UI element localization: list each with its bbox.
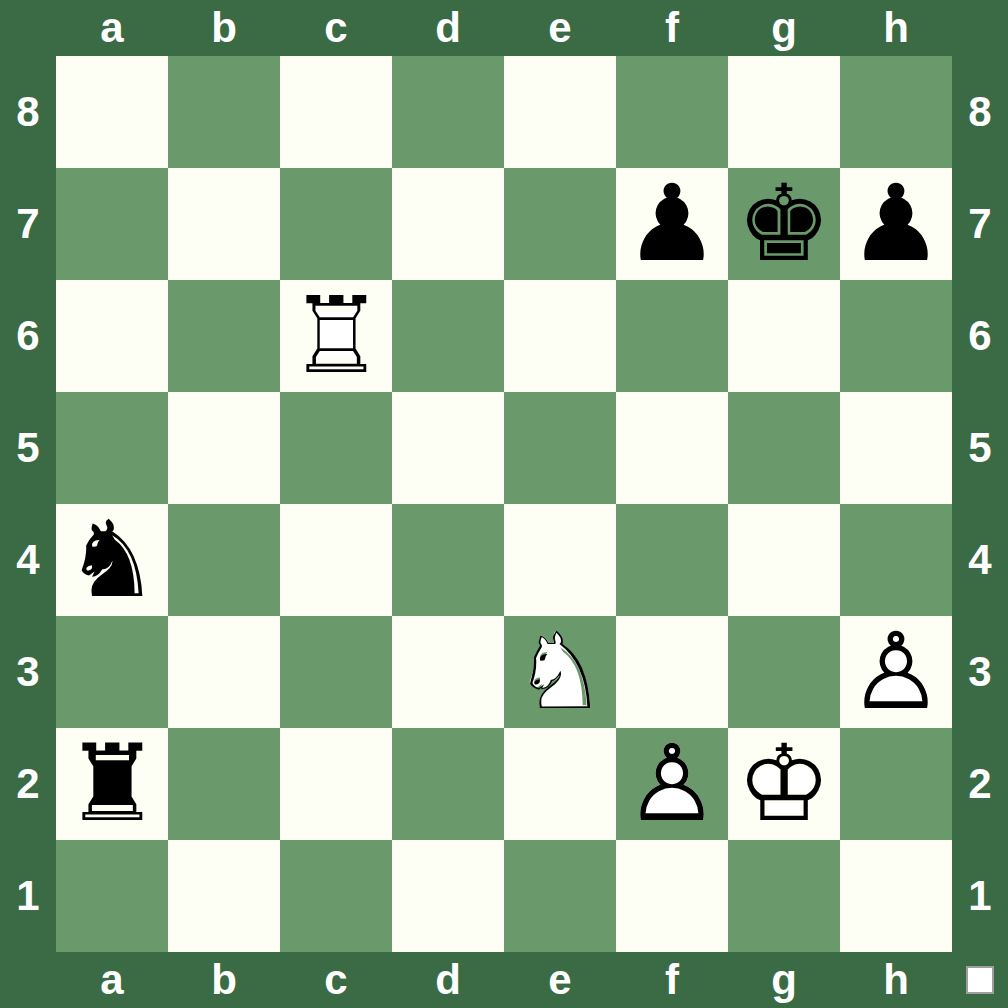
square-e5[interactable] xyxy=(504,392,616,504)
piece-glyph-fill: ♜ xyxy=(56,728,168,840)
square-b4[interactable] xyxy=(168,504,280,616)
square-d1[interactable] xyxy=(392,840,504,952)
piece-glyph-outline: ♖ xyxy=(280,280,392,392)
piece-glyph-outline: ♙ xyxy=(840,616,952,728)
square-f8[interactable] xyxy=(616,56,728,168)
white-to-move-marker xyxy=(966,966,994,994)
square-g8[interactable] xyxy=(728,56,840,168)
black-knight[interactable]: ♞ xyxy=(56,504,168,616)
square-e7[interactable] xyxy=(504,168,616,280)
rank-label-8-left: 8 xyxy=(0,56,56,168)
square-b8[interactable] xyxy=(168,56,280,168)
rank-label-2-left: 2 xyxy=(0,728,56,840)
square-h1[interactable] xyxy=(840,840,952,952)
file-label-c-bottom: c xyxy=(280,952,392,1008)
square-h7[interactable]: ♟ xyxy=(840,168,952,280)
black-pawn[interactable]: ♟ xyxy=(616,168,728,280)
file-label-b-top: b xyxy=(168,0,280,56)
square-a6[interactable] xyxy=(56,280,168,392)
square-d7[interactable] xyxy=(392,168,504,280)
file-label-f-top: f xyxy=(616,0,728,56)
white-pawn[interactable]: ♟♙ xyxy=(616,728,728,840)
square-g2[interactable]: ♚♔ xyxy=(728,728,840,840)
white-rook[interactable]: ♜♖ xyxy=(280,280,392,392)
square-f1[interactable] xyxy=(616,840,728,952)
square-a3[interactable] xyxy=(56,616,168,728)
corner-top-right xyxy=(952,0,1008,56)
file-label-e-top: e xyxy=(504,0,616,56)
square-h2[interactable] xyxy=(840,728,952,840)
square-f6[interactable] xyxy=(616,280,728,392)
rank-label-6-left: 6 xyxy=(0,280,56,392)
rank-label-8-right: 8 xyxy=(952,56,1008,168)
square-d2[interactable] xyxy=(392,728,504,840)
square-g6[interactable] xyxy=(728,280,840,392)
square-c1[interactable] xyxy=(280,840,392,952)
square-g4[interactable] xyxy=(728,504,840,616)
file-label-b-bottom: b xyxy=(168,952,280,1008)
piece-glyph-fill: ♟ xyxy=(840,168,952,280)
rank-label-7-left: 7 xyxy=(0,168,56,280)
file-label-g-top: g xyxy=(728,0,840,56)
square-c8[interactable] xyxy=(280,56,392,168)
square-c6[interactable]: ♜♖ xyxy=(280,280,392,392)
square-d6[interactable] xyxy=(392,280,504,392)
square-a5[interactable] xyxy=(56,392,168,504)
rank-label-2-right: 2 xyxy=(952,728,1008,840)
square-g1[interactable] xyxy=(728,840,840,952)
piece-glyph-fill: ♚ xyxy=(728,168,840,280)
square-a1[interactable] xyxy=(56,840,168,952)
square-b7[interactable] xyxy=(168,168,280,280)
square-e3[interactable]: ♞♘ xyxy=(504,616,616,728)
square-b5[interactable] xyxy=(168,392,280,504)
square-g3[interactable] xyxy=(728,616,840,728)
piece-glyph-fill: ♞ xyxy=(56,504,168,616)
piece-glyph-outline: ♔ xyxy=(728,728,840,840)
square-h8[interactable] xyxy=(840,56,952,168)
corner-bottom-right xyxy=(952,952,1008,1008)
file-label-d-top: d xyxy=(392,0,504,56)
square-c7[interactable] xyxy=(280,168,392,280)
piece-glyph-outline: ♙ xyxy=(616,728,728,840)
square-d8[interactable] xyxy=(392,56,504,168)
white-pawn[interactable]: ♟♙ xyxy=(840,616,952,728)
square-c4[interactable] xyxy=(280,504,392,616)
square-h5[interactable] xyxy=(840,392,952,504)
file-label-f-bottom: f xyxy=(616,952,728,1008)
file-label-e-bottom: e xyxy=(504,952,616,1008)
file-label-d-bottom: d xyxy=(392,952,504,1008)
square-e4[interactable] xyxy=(504,504,616,616)
black-king[interactable]: ♚ xyxy=(728,168,840,280)
rank-label-1-right: 1 xyxy=(952,840,1008,952)
square-b2[interactable] xyxy=(168,728,280,840)
black-pawn[interactable]: ♟ xyxy=(840,168,952,280)
square-b3[interactable] xyxy=(168,616,280,728)
rank-label-4-left: 4 xyxy=(0,504,56,616)
square-c2[interactable] xyxy=(280,728,392,840)
file-label-c-top: c xyxy=(280,0,392,56)
square-e2[interactable] xyxy=(504,728,616,840)
square-e1[interactable] xyxy=(504,840,616,952)
square-h6[interactable] xyxy=(840,280,952,392)
square-c3[interactable] xyxy=(280,616,392,728)
square-f4[interactable] xyxy=(616,504,728,616)
square-f3[interactable] xyxy=(616,616,728,728)
black-rook[interactable]: ♜ xyxy=(56,728,168,840)
chess-board: aabbccddeeffgghh8877665544332211♟♚♟♜♖♞♞♘… xyxy=(0,0,1008,1008)
square-e8[interactable] xyxy=(504,56,616,168)
square-b1[interactable] xyxy=(168,840,280,952)
file-label-a-top: a xyxy=(56,0,168,56)
file-label-h-top: h xyxy=(840,0,952,56)
square-h3[interactable]: ♟♙ xyxy=(840,616,952,728)
square-a8[interactable] xyxy=(56,56,168,168)
rank-label-5-left: 5 xyxy=(0,392,56,504)
rank-label-6-right: 6 xyxy=(952,280,1008,392)
square-a7[interactable] xyxy=(56,168,168,280)
square-c5[interactable] xyxy=(280,392,392,504)
square-h4[interactable] xyxy=(840,504,952,616)
square-e6[interactable] xyxy=(504,280,616,392)
square-f2[interactable]: ♟♙ xyxy=(616,728,728,840)
square-a4[interactable]: ♞ xyxy=(56,504,168,616)
corner-bottom-left xyxy=(0,952,56,1008)
square-g7[interactable]: ♚ xyxy=(728,168,840,280)
rank-label-1-left: 1 xyxy=(0,840,56,952)
piece-glyph-outline: ♘ xyxy=(504,616,616,728)
square-d4[interactable] xyxy=(392,504,504,616)
file-label-h-bottom: h xyxy=(840,952,952,1008)
square-d3[interactable] xyxy=(392,616,504,728)
file-label-a-bottom: a xyxy=(56,952,168,1008)
white-knight[interactable]: ♞♘ xyxy=(504,616,616,728)
square-f5[interactable] xyxy=(616,392,728,504)
rank-label-7-right: 7 xyxy=(952,168,1008,280)
square-f7[interactable]: ♟ xyxy=(616,168,728,280)
square-d5[interactable] xyxy=(392,392,504,504)
square-g5[interactable] xyxy=(728,392,840,504)
rank-label-3-right: 3 xyxy=(952,616,1008,728)
square-a2[interactable]: ♜ xyxy=(56,728,168,840)
corner-top-left xyxy=(0,0,56,56)
rank-label-5-right: 5 xyxy=(952,392,1008,504)
file-label-g-bottom: g xyxy=(728,952,840,1008)
white-king[interactable]: ♚♔ xyxy=(728,728,840,840)
rank-label-4-right: 4 xyxy=(952,504,1008,616)
square-b6[interactable] xyxy=(168,280,280,392)
piece-glyph-fill: ♟ xyxy=(616,168,728,280)
rank-label-3-left: 3 xyxy=(0,616,56,728)
